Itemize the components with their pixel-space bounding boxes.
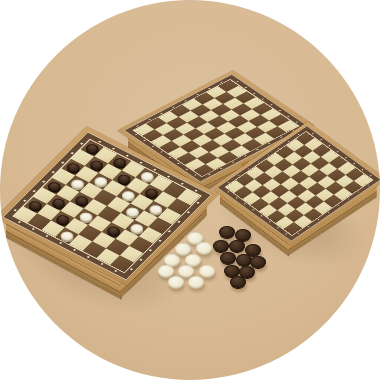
loose-dark-checker <box>219 226 235 238</box>
loose-pieces <box>0 0 380 380</box>
loose-dark-checker <box>220 252 236 264</box>
loose-white-checker <box>196 242 212 254</box>
loose-white-checker <box>178 265 194 277</box>
loose-dark-checker <box>250 256 266 268</box>
loose-white-checker <box>175 243 191 255</box>
loose-white-checker <box>188 276 204 288</box>
loose-dark-checker <box>229 240 245 252</box>
loose-dark-checker <box>213 240 229 252</box>
loose-white-checker <box>168 276 184 288</box>
product-photo <box>0 0 380 380</box>
loose-white-checker <box>199 265 215 277</box>
photo-circle-background <box>0 0 380 380</box>
loose-white-checker <box>158 265 174 277</box>
loose-dark-checker <box>230 276 246 288</box>
